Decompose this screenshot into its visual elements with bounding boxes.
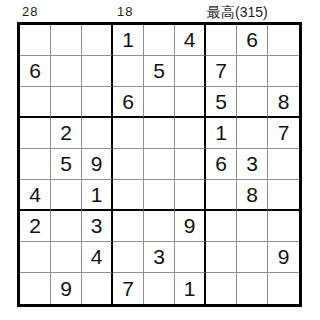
cell-r2c7[interactable]: 7 bbox=[206, 56, 237, 87]
cell-r6c6[interactable] bbox=[175, 180, 206, 211]
cell-r1c3[interactable] bbox=[82, 25, 113, 56]
cell-r6c4[interactable] bbox=[113, 180, 144, 211]
best-score-label: 最高(315) bbox=[207, 4, 268, 20]
cell-r4c3[interactable] bbox=[82, 118, 113, 149]
cell-r2c5[interactable]: 5 bbox=[144, 56, 175, 87]
cell-r4c5[interactable] bbox=[144, 118, 175, 149]
cell-r2c3[interactable] bbox=[82, 56, 113, 87]
cell-r4c7[interactable]: 1 bbox=[206, 118, 237, 149]
cell-r5c1[interactable] bbox=[20, 149, 51, 180]
cell-r8c1[interactable] bbox=[20, 242, 51, 273]
counter-label: 18 bbox=[117, 4, 133, 20]
cell-r5c2[interactable]: 5 bbox=[51, 149, 82, 180]
cell-r4c8[interactable] bbox=[237, 118, 268, 149]
cell-r7c5[interactable] bbox=[144, 211, 175, 242]
cell-r4c4[interactable] bbox=[113, 118, 144, 149]
cell-r9c8[interactable] bbox=[237, 273, 268, 304]
cell-r5c5[interactable] bbox=[144, 149, 175, 180]
cell-r9c4[interactable]: 7 bbox=[113, 273, 144, 304]
cell-r8c4[interactable] bbox=[113, 242, 144, 273]
cell-r7c6[interactable]: 9 bbox=[175, 211, 206, 242]
cell-r1c6[interactable]: 4 bbox=[175, 25, 206, 56]
cell-r7c9[interactable] bbox=[268, 211, 299, 242]
cell-r3c6[interactable] bbox=[175, 87, 206, 118]
cell-r6c9[interactable] bbox=[268, 180, 299, 211]
cell-r8c9[interactable]: 9 bbox=[268, 242, 299, 273]
cell-r4c9[interactable]: 7 bbox=[268, 118, 299, 149]
cell-r2c1[interactable]: 6 bbox=[20, 56, 51, 87]
cell-r8c3[interactable]: 4 bbox=[82, 242, 113, 273]
givens-count-label: 28 bbox=[22, 4, 38, 20]
cell-r9c2[interactable]: 9 bbox=[51, 273, 82, 304]
cell-r3c5[interactable] bbox=[144, 87, 175, 118]
cell-r8c7[interactable] bbox=[206, 242, 237, 273]
cell-r1c8[interactable]: 6 bbox=[237, 25, 268, 56]
cell-r1c7[interactable] bbox=[206, 25, 237, 56]
cell-r5c4[interactable] bbox=[113, 149, 144, 180]
cell-r3c1[interactable] bbox=[20, 87, 51, 118]
cell-r6c3[interactable]: 1 bbox=[82, 180, 113, 211]
cell-r3c9[interactable]: 8 bbox=[268, 87, 299, 118]
cell-r5c3[interactable]: 9 bbox=[82, 149, 113, 180]
cell-r1c4[interactable]: 1 bbox=[113, 25, 144, 56]
sudoku-screen: 28 18 最高(315) 14665765821759634182394399… bbox=[0, 0, 320, 320]
cell-r2c2[interactable] bbox=[51, 56, 82, 87]
cell-r1c2[interactable] bbox=[51, 25, 82, 56]
cell-r6c7[interactable] bbox=[206, 180, 237, 211]
cell-r2c8[interactable] bbox=[237, 56, 268, 87]
cell-r7c2[interactable] bbox=[51, 211, 82, 242]
cell-r7c3[interactable]: 3 bbox=[82, 211, 113, 242]
cell-r9c7[interactable] bbox=[206, 273, 237, 304]
cell-r9c9[interactable] bbox=[268, 273, 299, 304]
cell-r8c8[interactable] bbox=[237, 242, 268, 273]
cell-r6c2[interactable] bbox=[51, 180, 82, 211]
cell-r8c2[interactable] bbox=[51, 242, 82, 273]
cell-r4c6[interactable] bbox=[175, 118, 206, 149]
cell-r6c5[interactable] bbox=[144, 180, 175, 211]
cell-r1c9[interactable] bbox=[268, 25, 299, 56]
cell-r5c7[interactable]: 6 bbox=[206, 149, 237, 180]
sudoku-board: 1466576582175963418239439971 bbox=[17, 22, 302, 307]
cell-r3c2[interactable] bbox=[51, 87, 82, 118]
cell-r8c6[interactable] bbox=[175, 242, 206, 273]
cell-r1c5[interactable] bbox=[144, 25, 175, 56]
cell-r1c1[interactable] bbox=[20, 25, 51, 56]
cell-r5c8[interactable]: 3 bbox=[237, 149, 268, 180]
cell-r9c6[interactable]: 1 bbox=[175, 273, 206, 304]
cell-r3c8[interactable] bbox=[237, 87, 268, 118]
cell-r2c4[interactable] bbox=[113, 56, 144, 87]
cell-r3c4[interactable]: 6 bbox=[113, 87, 144, 118]
cell-r2c9[interactable] bbox=[268, 56, 299, 87]
cell-r5c9[interactable] bbox=[268, 149, 299, 180]
cell-r6c1[interactable]: 4 bbox=[20, 180, 51, 211]
cell-r3c7[interactable]: 5 bbox=[206, 87, 237, 118]
cell-r8c5[interactable]: 3 bbox=[144, 242, 175, 273]
cell-r7c4[interactable] bbox=[113, 211, 144, 242]
cell-r4c1[interactable] bbox=[20, 118, 51, 149]
cell-r2c6[interactable] bbox=[175, 56, 206, 87]
cell-r4c2[interactable]: 2 bbox=[51, 118, 82, 149]
cell-r6c8[interactable]: 8 bbox=[237, 180, 268, 211]
cell-r7c1[interactable]: 2 bbox=[20, 211, 51, 242]
cell-r5c6[interactable] bbox=[175, 149, 206, 180]
cell-r7c7[interactable] bbox=[206, 211, 237, 242]
cell-r9c3[interactable] bbox=[82, 273, 113, 304]
cell-r9c5[interactable] bbox=[144, 273, 175, 304]
cell-r7c8[interactable] bbox=[237, 211, 268, 242]
cell-r3c3[interactable] bbox=[82, 87, 113, 118]
cell-r9c1[interactable] bbox=[20, 273, 51, 304]
